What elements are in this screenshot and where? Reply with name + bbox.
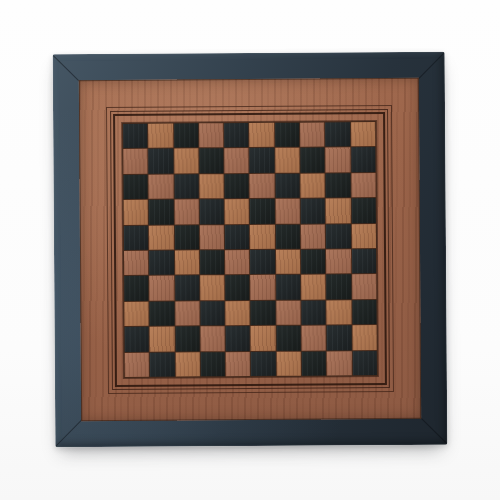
board-square [250,174,274,199]
board-square [150,327,174,352]
board-square [174,174,198,199]
board-square [225,275,249,300]
board-square [124,225,148,250]
board-square [276,300,300,325]
board-square [199,149,223,174]
board-square [150,352,174,377]
board-square [327,325,351,350]
board-square [150,301,174,326]
board-square [201,352,225,377]
miter-seam-bottom-right [420,417,447,444]
board-square [277,351,301,376]
board-square [327,351,351,376]
board-square [200,199,224,224]
board-square [251,326,275,351]
board-square [352,300,376,325]
board-square [200,250,224,275]
board-square [326,249,350,274]
board-square [250,250,274,275]
board-square [148,124,172,149]
board-square [300,122,324,147]
board-square [300,148,324,173]
board-square [199,123,223,148]
board-square [175,276,199,301]
board-square [276,250,300,275]
board-square [125,352,149,377]
board-square [250,123,274,148]
board-square [149,200,173,225]
board-square [123,149,147,174]
board-square [224,148,248,173]
board-square [351,173,375,198]
board-square [174,225,198,250]
board-square [275,199,299,224]
board-square [226,301,250,326]
board-square [302,351,326,376]
board-square [351,198,375,223]
board-square [149,251,173,276]
board-square [174,123,198,148]
board-square [149,225,173,250]
board-square [123,124,147,149]
board-square [200,326,224,351]
board-square [276,224,300,249]
miter-seam-top-left [53,55,80,82]
board-photo [0,0,500,500]
board-square [302,326,326,351]
board-square [250,148,274,173]
board-square [250,199,274,224]
board-square [149,149,173,174]
board-square [175,327,199,352]
board-square [149,276,173,301]
board-square [326,198,350,223]
board-square [352,325,376,350]
board-square [200,225,224,250]
board-square [352,249,376,274]
board-square [225,250,249,275]
board-square [175,301,199,326]
board-square [326,122,350,147]
board-square [225,199,249,224]
board-square [123,175,147,200]
board-square [225,225,249,250]
board-square [200,301,224,326]
miter-seam-bottom-left [56,419,83,446]
board-field [79,78,421,421]
board-square [200,276,224,301]
board-square [199,174,223,199]
board-square [251,275,275,300]
board-square [301,300,325,325]
board-square [276,326,300,351]
board-square [125,327,149,352]
board-square [351,122,375,147]
board-square [326,224,350,249]
board-square [301,224,325,249]
board-square [149,174,173,199]
board-square [301,275,325,300]
board-square [327,300,351,325]
miter-seam-top-right [418,53,445,80]
board-square [175,250,199,275]
board-square [327,275,351,300]
board-square [175,352,199,377]
board-square [174,200,198,225]
board-square [225,174,249,199]
board-square [301,173,325,198]
board-square [124,200,148,225]
board-square [301,249,325,274]
board-square [250,224,274,249]
board-square [301,199,325,224]
board-square [352,275,376,300]
board-square [275,123,299,148]
board-square [275,173,299,198]
checkerboard [122,121,378,378]
board-square [124,302,148,327]
board-square [326,148,350,173]
board-square [326,173,350,198]
board-square [351,148,375,173]
board-square [226,326,250,351]
board-square [276,275,300,300]
board-square [352,224,376,249]
board-square [224,123,248,148]
board-square [124,276,148,301]
board-square [124,251,148,276]
board-square [174,149,198,174]
board-square [251,351,275,376]
board-frame [53,52,448,448]
board-square [352,351,376,376]
board-square [251,301,275,326]
board-square [275,148,299,173]
board-square [226,352,250,377]
